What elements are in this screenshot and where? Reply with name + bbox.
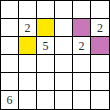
puzzle-board: 22526 xyxy=(0,0,110,110)
cell-r5c3[interactable] xyxy=(37,73,55,91)
cell-r2c3[interactable] xyxy=(37,19,55,37)
cell-r5c4[interactable] xyxy=(55,73,73,91)
cell-r6c5[interactable] xyxy=(73,91,91,109)
cell-r2c6[interactable]: 2 xyxy=(91,19,109,37)
cell-r6c6[interactable] xyxy=(91,91,109,109)
cell-r1c2[interactable] xyxy=(19,1,37,19)
cell-r4c5[interactable] xyxy=(73,55,91,73)
cell-r3c6[interactable] xyxy=(91,37,109,55)
cell-r4c3[interactable] xyxy=(37,55,55,73)
cell-r3c2[interactable] xyxy=(19,37,37,55)
cell-r4c1[interactable] xyxy=(1,55,19,73)
cell-r5c2[interactable] xyxy=(19,73,37,91)
cell-r5c6[interactable] xyxy=(91,73,109,91)
cell-r6c2[interactable] xyxy=(19,91,37,109)
cell-r1c5[interactable] xyxy=(73,1,91,19)
cell-r4c6[interactable] xyxy=(91,55,109,73)
cell-r1c3[interactable] xyxy=(37,1,55,19)
cell-r6c3[interactable] xyxy=(37,91,55,109)
cell-r4c2[interactable] xyxy=(19,55,37,73)
cell-r1c1[interactable] xyxy=(1,1,19,19)
cell-r4c4[interactable] xyxy=(55,55,73,73)
cell-r1c4[interactable] xyxy=(55,1,73,19)
cell-r2c5[interactable] xyxy=(73,19,91,37)
cell-r3c4[interactable] xyxy=(55,37,73,55)
cell-r3c3[interactable]: 5 xyxy=(37,37,55,55)
cell-r6c1[interactable]: 6 xyxy=(1,91,19,109)
cell-r2c2[interactable]: 2 xyxy=(19,19,37,37)
cell-r3c5[interactable]: 2 xyxy=(73,37,91,55)
cell-r2c4[interactable] xyxy=(55,19,73,37)
cell-r3c1[interactable] xyxy=(1,37,19,55)
cell-r5c1[interactable] xyxy=(1,73,19,91)
cell-r5c5[interactable] xyxy=(73,73,91,91)
cell-r2c1[interactable] xyxy=(1,19,19,37)
cell-r6c4[interactable] xyxy=(55,91,73,109)
cell-r1c6[interactable] xyxy=(91,1,109,19)
